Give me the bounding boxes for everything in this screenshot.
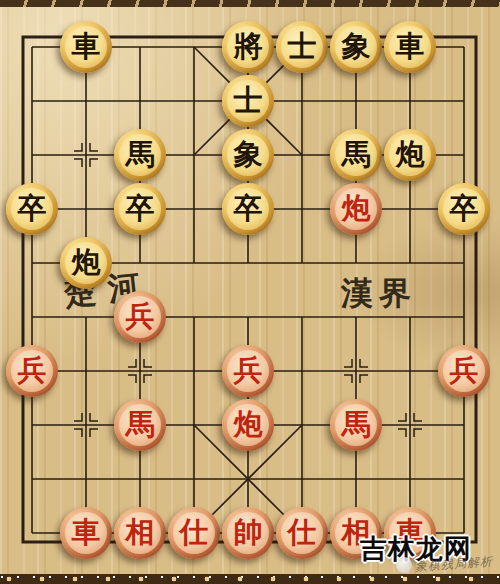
piece-glyph: 兵 (234, 356, 263, 385)
piece-black-soldier-c4[interactable]: 卒 (114, 183, 166, 235)
piece-face: 炮 (335, 188, 377, 230)
piece-face: 馬 (119, 134, 161, 176)
piece-face: 炮 (65, 242, 107, 284)
piece-red-soldier-i7[interactable]: 兵 (438, 345, 490, 397)
piece-glyph: 炮 (72, 248, 101, 277)
piece-face: 士 (227, 80, 269, 122)
piece-black-horse-c3[interactable]: 馬 (114, 129, 166, 181)
piece-red-advisor-f10[interactable]: 仕 (276, 507, 328, 559)
piece-glyph: 炮 (396, 140, 425, 169)
piece-glyph: 士 (234, 86, 263, 115)
piece-face: 象 (335, 26, 377, 68)
piece-face: 象 (227, 134, 269, 176)
piece-glyph: 卒 (18, 194, 47, 223)
watermark-logo-icon (396, 557, 412, 573)
piece-black-soldier-a4[interactable]: 卒 (6, 183, 58, 235)
piece-glyph: 馬 (126, 140, 155, 169)
piece-black-chariot-h1[interactable]: 車 (384, 21, 436, 73)
piece-face: 兵 (227, 350, 269, 392)
piece-black-cannon-b5[interactable]: 炮 (60, 237, 112, 289)
piece-face: 士 (281, 26, 323, 68)
piece-black-advisor-e2[interactable]: 士 (222, 75, 274, 127)
piece-black-chariot-b1[interactable]: 車 (60, 21, 112, 73)
piece-face: 馬 (119, 404, 161, 446)
piece-glyph: 車 (396, 32, 425, 61)
piece-red-horse-g8[interactable]: 馬 (330, 399, 382, 451)
piece-face: 卒 (227, 188, 269, 230)
piece-face: 馬 (335, 134, 377, 176)
piece-glyph: 卒 (450, 194, 479, 223)
piece-glyph: 馬 (342, 410, 371, 439)
piece-black-cannon-h3[interactable]: 炮 (384, 129, 436, 181)
piece-red-soldier-e7[interactable]: 兵 (222, 345, 274, 397)
piece-glyph: 相 (126, 518, 155, 547)
piece-glyph: 馬 (342, 140, 371, 169)
piece-glyph: 兵 (18, 356, 47, 385)
xiangqi-board-screenshot: 楚河 漢界 車將士象車士馬象馬炮卒卒卒卒炮炮兵兵兵兵馬炮馬車相仕帥仕相車 吉林龙… (0, 0, 500, 584)
piece-glyph: 仕 (180, 518, 209, 547)
piece-face: 將 (227, 26, 269, 68)
piece-face: 卒 (11, 188, 53, 230)
piece-face: 仕 (281, 512, 323, 554)
piece-face: 炮 (227, 404, 269, 446)
piece-black-soldier-e4[interactable]: 卒 (222, 183, 274, 235)
piece-red-soldier-a7[interactable]: 兵 (6, 345, 58, 397)
piece-face: 卒 (119, 188, 161, 230)
piece-glyph: 炮 (234, 410, 263, 439)
piece-glyph: 將 (234, 32, 263, 61)
piece-face: 兵 (443, 350, 485, 392)
piece-face: 仕 (173, 512, 215, 554)
piece-red-chariot-b10[interactable]: 車 (60, 507, 112, 559)
watermark-subtitle: 象棋残局解析 (415, 553, 494, 575)
piece-black-general-e1[interactable]: 將 (222, 21, 274, 73)
piece-face: 帥 (227, 512, 269, 554)
piece-red-cannon-g4[interactable]: 炮 (330, 183, 382, 235)
piece-glyph: 兵 (450, 356, 479, 385)
piece-face: 車 (389, 26, 431, 68)
piece-red-general-e10[interactable]: 帥 (222, 507, 274, 559)
piece-red-horse-c8[interactable]: 馬 (114, 399, 166, 451)
piece-glyph: 卒 (126, 194, 155, 223)
piece-red-elephant-c10[interactable]: 相 (114, 507, 166, 559)
piece-glyph: 馬 (126, 410, 155, 439)
piece-glyph: 車 (72, 32, 101, 61)
piece-glyph: 士 (288, 32, 317, 61)
piece-red-advisor-d10[interactable]: 仕 (168, 507, 220, 559)
piece-glyph: 卒 (234, 194, 263, 223)
piece-face: 兵 (119, 296, 161, 338)
piece-black-elephant-g1[interactable]: 象 (330, 21, 382, 73)
piece-red-soldier-c6[interactable]: 兵 (114, 291, 166, 343)
piece-glyph: 帥 (234, 518, 263, 547)
piece-face: 兵 (11, 350, 53, 392)
piece-glyph: 象 (234, 140, 263, 169)
river-label-han-jie: 漢界 (341, 272, 417, 316)
piece-face: 相 (119, 512, 161, 554)
piece-face: 車 (65, 26, 107, 68)
piece-black-advisor-f1[interactable]: 士 (276, 21, 328, 73)
piece-glyph: 兵 (126, 302, 155, 331)
piece-glyph: 車 (72, 518, 101, 547)
piece-glyph: 炮 (342, 194, 371, 223)
piece-black-horse-g3[interactable]: 馬 (330, 129, 382, 181)
watermark-subtitle-row: 象棋残局解析 (396, 556, 493, 573)
piece-glyph: 象 (342, 32, 371, 61)
piece-face: 馬 (335, 404, 377, 446)
board-frame-bottom-edge (0, 574, 500, 584)
piece-glyph: 仕 (288, 518, 317, 547)
piece-face: 車 (65, 512, 107, 554)
piece-red-cannon-e8[interactable]: 炮 (222, 399, 274, 451)
piece-face: 卒 (443, 188, 485, 230)
piece-black-elephant-e3[interactable]: 象 (222, 129, 274, 181)
piece-black-soldier-i4[interactable]: 卒 (438, 183, 490, 235)
piece-face: 炮 (389, 134, 431, 176)
